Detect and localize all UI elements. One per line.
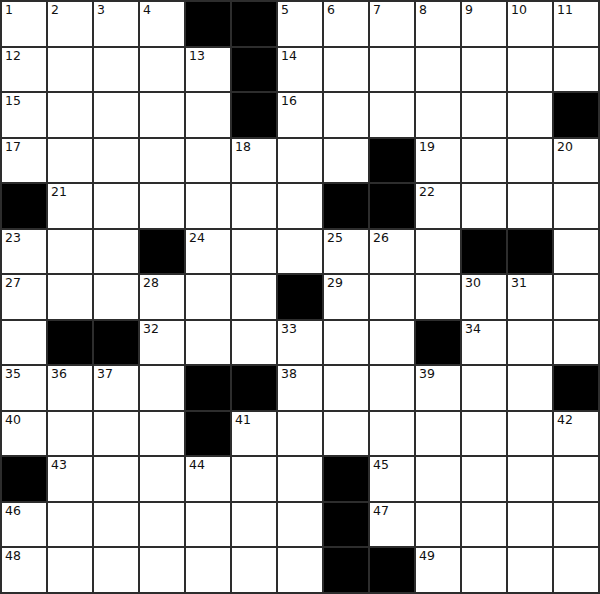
grid-cell[interactable] [324,412,368,456]
grid-cell[interactable] [140,48,184,92]
grid-cell[interactable] [232,457,276,501]
grid-cell[interactable] [140,457,184,501]
grid-cell[interactable] [462,366,506,410]
grid-cell[interactable] [186,184,230,228]
grid-cell[interactable] [186,321,230,365]
black-square [370,184,414,228]
grid-cell[interactable]: 25 [324,230,368,274]
grid-cell[interactable]: 41 [232,412,276,456]
grid-cell[interactable]: 45 [370,457,414,501]
grid-cell[interactable] [508,48,552,92]
clue-number: 10 [511,3,527,17]
grid-cell[interactable] [48,503,92,547]
grid-cell[interactable] [554,548,598,592]
grid-cell[interactable]: 48 [2,548,46,592]
grid-cell[interactable] [94,93,138,137]
grid-cell[interactable] [508,457,552,501]
grid-cell[interactable] [370,412,414,456]
grid-cell[interactable] [554,230,598,274]
black-square [324,184,368,228]
clue-number: 4 [143,3,151,17]
grid-cell[interactable] [462,503,506,547]
grid-cell[interactable] [94,48,138,92]
clue-number: 7 [373,3,381,17]
grid-cell[interactable] [462,93,506,137]
grid-cell[interactable] [186,139,230,183]
grid-cell[interactable] [232,275,276,319]
grid-cell[interactable]: 10 [508,2,552,46]
grid-cell[interactable] [48,139,92,183]
clue-number: 25 [327,231,343,245]
clue-number: 23 [5,231,21,245]
black-square [2,184,46,228]
grid-cell[interactable]: 15 [2,93,46,137]
grid-cell[interactable] [508,366,552,410]
grid-cell[interactable]: 42 [554,412,598,456]
grid-cell[interactable] [508,93,552,137]
grid-cell[interactable]: 17 [2,139,46,183]
grid-cell[interactable] [462,48,506,92]
grid-cell[interactable] [324,48,368,92]
clue-number: 17 [5,140,21,154]
clue-number: 24 [189,231,205,245]
black-square [324,457,368,501]
clue-number: 1 [5,3,13,17]
clue-number: 12 [5,49,21,63]
grid-cell[interactable] [462,184,506,228]
grid-cell[interactable]: 24 [186,230,230,274]
grid-cell[interactable]: 12 [2,48,46,92]
grid-cell[interactable] [278,412,322,456]
clue-number: 11 [557,3,573,17]
clue-number: 39 [419,367,435,381]
black-square [2,457,46,501]
grid-cell[interactable] [94,457,138,501]
grid-cell[interactable] [186,275,230,319]
clue-number: 36 [51,367,67,381]
grid-cell[interactable] [140,93,184,137]
grid-cell[interactable] [186,93,230,137]
clue-number: 45 [373,458,389,472]
grid-cell[interactable] [462,548,506,592]
clue-number: 13 [189,49,205,63]
grid-cell[interactable] [324,321,368,365]
grid-cell[interactable]: 38 [278,366,322,410]
grid-cell[interactable]: 39 [416,366,460,410]
grid-cell[interactable] [554,184,598,228]
grid-cell[interactable] [140,139,184,183]
grid-cell[interactable] [554,48,598,92]
black-square [554,366,598,410]
grid-cell[interactable] [508,321,552,365]
black-square [370,139,414,183]
grid-cell[interactable] [140,412,184,456]
grid-cell[interactable]: 23 [2,230,46,274]
grid-cell[interactable] [370,93,414,137]
grid-cell[interactable] [416,48,460,92]
grid-cell[interactable] [416,230,460,274]
grid-cell[interactable] [186,548,230,592]
grid-cell[interactable]: 11 [554,2,598,46]
grid-cell[interactable] [140,184,184,228]
grid-cell[interactable]: 19 [416,139,460,183]
grid-cell[interactable]: 9 [462,2,506,46]
clue-number: 43 [51,458,67,472]
grid-cell[interactable] [48,548,92,592]
grid-cell[interactable]: 31 [508,275,552,319]
black-square [186,366,230,410]
grid-cell[interactable] [232,548,276,592]
grid-cell[interactable] [278,503,322,547]
clue-number: 38 [281,367,297,381]
grid-cell[interactable] [94,230,138,274]
grid-cell[interactable]: 16 [278,93,322,137]
grid-cell[interactable] [48,275,92,319]
clue-number: 35 [5,367,21,381]
clue-number: 48 [5,549,21,563]
clue-number: 37 [97,367,113,381]
grid-cell[interactable] [508,412,552,456]
clue-number: 3 [97,3,105,17]
grid-cell[interactable] [554,457,598,501]
clue-number: 2 [51,3,59,17]
grid-cell[interactable]: 37 [94,366,138,410]
grid-cell[interactable]: 27 [2,275,46,319]
grid-cell[interactable] [324,93,368,137]
grid-cell[interactable]: 5 [278,2,322,46]
grid-cell[interactable]: 49 [416,548,460,592]
grid-cell[interactable]: 26 [370,230,414,274]
black-square [324,503,368,547]
grid-cell[interactable] [462,139,506,183]
grid-cell[interactable]: 22 [416,184,460,228]
grid-cell[interactable] [324,139,368,183]
grid-cell[interactable] [140,366,184,410]
grid-cell[interactable] [508,548,552,592]
black-square [232,48,276,92]
grid-cell[interactable]: 6 [324,2,368,46]
grid-cell[interactable] [554,275,598,319]
grid-cell[interactable] [48,412,92,456]
clue-number: 20 [557,140,573,154]
black-square [48,321,92,365]
grid-cell[interactable]: 29 [324,275,368,319]
grid-cell[interactable] [94,139,138,183]
grid-cell[interactable]: 30 [462,275,506,319]
grid-cell[interactable]: 44 [186,457,230,501]
black-square [232,366,276,410]
black-square [416,321,460,365]
grid-cell[interactable]: 40 [2,412,46,456]
grid-cell[interactable]: 2 [48,2,92,46]
grid-cell[interactable] [462,412,506,456]
black-square [462,230,506,274]
black-square [554,93,598,137]
black-square [324,548,368,592]
grid-cell[interactable]: 3 [94,2,138,46]
grid-cell[interactable]: 20 [554,139,598,183]
grid-cell[interactable]: 21 [48,184,92,228]
black-square [278,275,322,319]
clue-number: 34 [465,322,481,336]
grid-cell[interactable] [48,48,92,92]
grid-cell[interactable] [370,48,414,92]
black-square [186,412,230,456]
grid-cell[interactable]: 43 [48,457,92,501]
clue-number: 49 [419,549,435,563]
grid-cell[interactable] [370,275,414,319]
grid-cell[interactable]: 34 [462,321,506,365]
grid-cell[interactable] [140,503,184,547]
clue-number: 19 [419,140,435,154]
black-square [140,230,184,274]
clue-number: 46 [5,504,21,518]
grid-cell[interactable] [186,503,230,547]
clue-number: 42 [557,413,573,427]
clue-number: 6 [327,3,335,17]
grid-cell[interactable] [508,139,552,183]
clue-number: 27 [5,276,21,290]
grid-cell[interactable]: 28 [140,275,184,319]
grid-cell[interactable] [232,230,276,274]
black-square [186,2,230,46]
grid-cell[interactable]: 36 [48,366,92,410]
grid-cell[interactable] [140,548,184,592]
grid-cell[interactable] [232,184,276,228]
grid-cell[interactable] [48,230,92,274]
grid-cell[interactable] [94,548,138,592]
grid-cell[interactable]: 18 [232,139,276,183]
clue-number: 5 [281,3,289,17]
grid-cell[interactable] [370,366,414,410]
clue-number: 29 [327,276,343,290]
clue-number: 33 [281,322,297,336]
clue-number: 26 [373,231,389,245]
grid-cell[interactable] [416,275,460,319]
grid-cell[interactable] [508,184,552,228]
grid-cell[interactable] [416,412,460,456]
clue-number: 8 [419,3,427,17]
grid-cell[interactable] [324,366,368,410]
grid-cell[interactable] [554,503,598,547]
clue-number: 41 [235,413,251,427]
grid-cell[interactable] [94,412,138,456]
grid-cell[interactable] [94,184,138,228]
grid-cell[interactable] [416,93,460,137]
grid-cell[interactable] [508,503,552,547]
clue-number: 44 [189,458,205,472]
grid-cell[interactable] [416,457,460,501]
grid-cell[interactable] [278,184,322,228]
black-square [232,93,276,137]
clue-number: 9 [465,3,473,17]
black-square [94,321,138,365]
grid-cell[interactable] [278,230,322,274]
grid-cell[interactable]: 46 [2,503,46,547]
grid-cell[interactable]: 8 [416,2,460,46]
black-square [232,2,276,46]
grid-cell[interactable]: 47 [370,503,414,547]
clue-number: 16 [281,94,297,108]
grid-cell[interactable] [2,321,46,365]
grid-cell[interactable]: 7 [370,2,414,46]
clue-number: 14 [281,49,297,63]
black-square [508,230,552,274]
grid-cell[interactable]: 32 [140,321,184,365]
grid-cell[interactable] [94,275,138,319]
black-square [370,548,414,592]
grid-cell[interactable] [232,503,276,547]
grid-cell[interactable]: 33 [278,321,322,365]
grid-cell[interactable]: 14 [278,48,322,92]
crossword-board: 1234567891011121314151617181920212223242… [0,0,600,594]
clue-number: 21 [51,185,67,199]
clue-number: 28 [143,276,159,290]
grid-cell[interactable]: 4 [140,2,184,46]
clue-number: 15 [5,94,21,108]
grid-cell[interactable] [48,93,92,137]
grid-cell[interactable] [462,457,506,501]
clue-number: 47 [373,504,389,518]
clue-number: 30 [465,276,481,290]
grid-cell[interactable] [278,548,322,592]
clue-number: 40 [5,413,21,427]
clue-number: 32 [143,322,159,336]
grid-cell[interactable] [278,457,322,501]
grid-cell[interactable]: 35 [2,366,46,410]
clue-number: 22 [419,185,435,199]
grid-cell[interactable] [416,503,460,547]
grid-cell[interactable] [278,139,322,183]
clue-number: 18 [235,140,251,154]
grid-cell[interactable] [370,321,414,365]
grid-cell[interactable]: 1 [2,2,46,46]
grid-cell[interactable] [94,503,138,547]
grid-cell[interactable] [232,321,276,365]
grid-cell[interactable] [554,321,598,365]
grid-cell[interactable]: 13 [186,48,230,92]
clue-number: 31 [511,276,527,290]
